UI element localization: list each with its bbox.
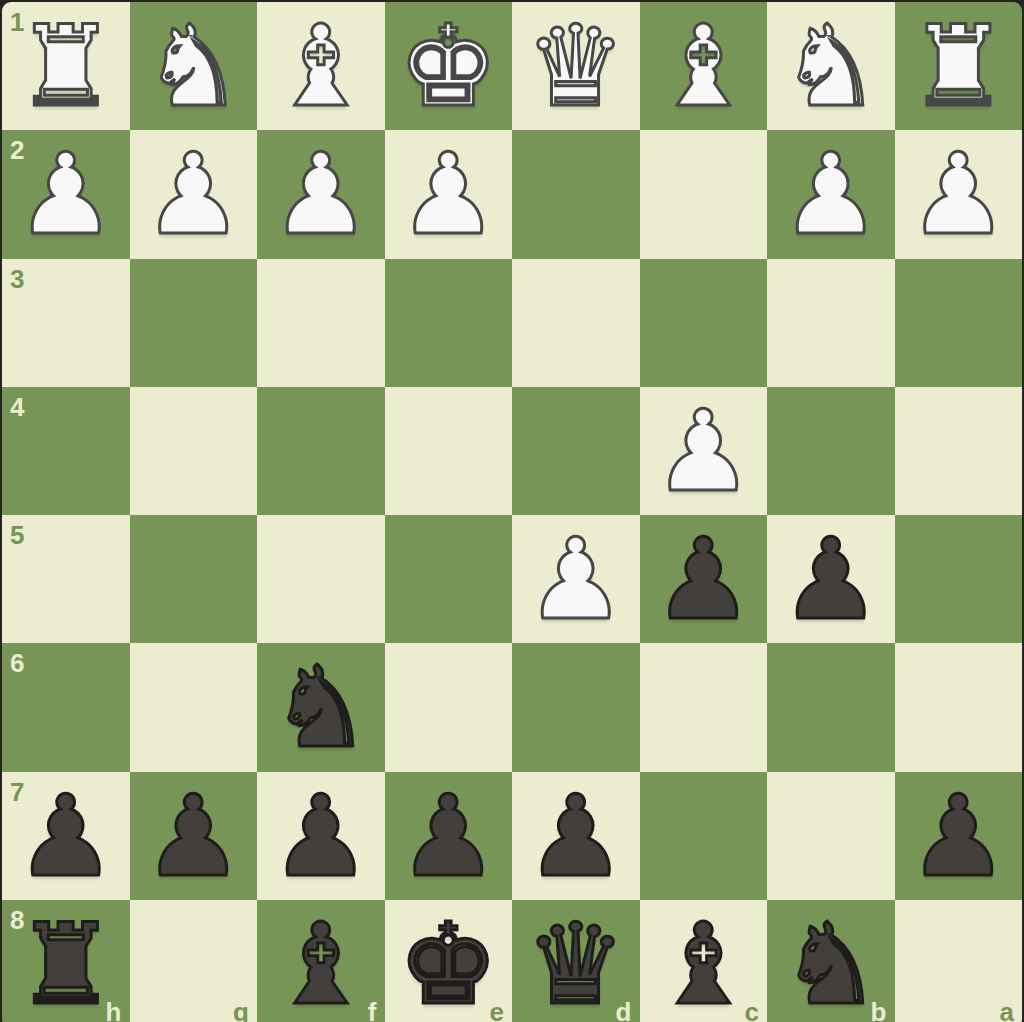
black-pawn[interactable]: ♟ (385, 772, 513, 900)
square-d2[interactable] (512, 130, 640, 258)
square-g5[interactable] (130, 515, 258, 643)
square-e4[interactable] (385, 387, 513, 515)
square-g4[interactable] (130, 387, 258, 515)
square-d5[interactable]: ♟ (512, 515, 640, 643)
white-pawn[interactable]: ♟ (512, 515, 640, 643)
square-b5[interactable]: ♟ (767, 515, 895, 643)
white-pawn[interactable]: ♟ (640, 387, 768, 515)
square-e3[interactable] (385, 259, 513, 387)
square-g3[interactable] (130, 259, 258, 387)
square-h8[interactable]: 8h♜ (2, 900, 130, 1022)
square-d6[interactable] (512, 643, 640, 771)
square-f4[interactable] (257, 387, 385, 515)
square-g8[interactable]: g (130, 900, 258, 1022)
file-label-g: g (233, 999, 249, 1022)
white-king[interactable]: ♚ (385, 2, 513, 130)
square-c2[interactable] (640, 130, 768, 258)
white-pawn[interactable]: ♟ (895, 130, 1023, 258)
square-f3[interactable] (257, 259, 385, 387)
square-e6[interactable] (385, 643, 513, 771)
square-e7[interactable]: ♟ (385, 772, 513, 900)
square-a6[interactable] (895, 643, 1023, 771)
square-h7[interactable]: 7♟ (2, 772, 130, 900)
square-a1[interactable]: ♜ (895, 2, 1023, 130)
square-h4[interactable]: 4 (2, 387, 130, 515)
square-a2[interactable]: ♟ (895, 130, 1023, 258)
square-d1[interactable]: ♛ (512, 2, 640, 130)
square-c6[interactable] (640, 643, 768, 771)
chess-board: 1♜♞♝♚♛♝♞♜2♟♟♟♟♟♟34♟5♟♟♟6♞7♟♟♟♟♟♟8h♜gf♝e♚… (2, 2, 1022, 1022)
square-d8[interactable]: d♛ (512, 900, 640, 1022)
white-rook[interactable]: ♜ (2, 2, 130, 130)
rank-label-4: 4 (10, 394, 24, 420)
black-pawn[interactable]: ♟ (512, 772, 640, 900)
square-f2[interactable]: ♟ (257, 130, 385, 258)
square-d4[interactable] (512, 387, 640, 515)
square-g7[interactable]: ♟ (130, 772, 258, 900)
square-e2[interactable]: ♟ (385, 130, 513, 258)
black-pawn[interactable]: ♟ (895, 772, 1023, 900)
black-pawn[interactable]: ♟ (640, 515, 768, 643)
square-f5[interactable] (257, 515, 385, 643)
square-b3[interactable] (767, 259, 895, 387)
square-c1[interactable]: ♝ (640, 2, 768, 130)
white-rook[interactable]: ♜ (895, 2, 1023, 130)
black-pawn[interactable]: ♟ (257, 772, 385, 900)
square-c4[interactable]: ♟ (640, 387, 768, 515)
square-h5[interactable]: 5 (2, 515, 130, 643)
square-a4[interactable] (895, 387, 1023, 515)
square-a7[interactable]: ♟ (895, 772, 1023, 900)
square-a5[interactable] (895, 515, 1023, 643)
black-knight[interactable]: ♞ (767, 900, 895, 1022)
white-pawn[interactable]: ♟ (385, 130, 513, 258)
square-g2[interactable]: ♟ (130, 130, 258, 258)
white-pawn[interactable]: ♟ (2, 130, 130, 258)
square-b7[interactable] (767, 772, 895, 900)
square-f8[interactable]: f♝ (257, 900, 385, 1022)
square-e5[interactable] (385, 515, 513, 643)
square-e8[interactable]: e♚ (385, 900, 513, 1022)
white-knight[interactable]: ♞ (767, 2, 895, 130)
square-f1[interactable]: ♝ (257, 2, 385, 130)
square-b4[interactable] (767, 387, 895, 515)
black-bishop[interactable]: ♝ (257, 900, 385, 1022)
white-pawn[interactable]: ♟ (257, 130, 385, 258)
white-bishop[interactable]: ♝ (257, 2, 385, 130)
white-knight[interactable]: ♞ (130, 2, 258, 130)
white-bishop[interactable]: ♝ (640, 2, 768, 130)
square-c8[interactable]: c♝ (640, 900, 768, 1022)
square-b8[interactable]: b♞ (767, 900, 895, 1022)
square-a3[interactable] (895, 259, 1023, 387)
white-pawn[interactable]: ♟ (130, 130, 258, 258)
square-b1[interactable]: ♞ (767, 2, 895, 130)
square-f7[interactable]: ♟ (257, 772, 385, 900)
black-king[interactable]: ♚ (385, 900, 513, 1022)
rank-label-3: 3 (10, 266, 24, 292)
square-c7[interactable] (640, 772, 768, 900)
rank-label-5: 5 (10, 522, 24, 548)
black-bishop[interactable]: ♝ (640, 900, 768, 1022)
black-queen[interactable]: ♛ (512, 900, 640, 1022)
black-pawn[interactable]: ♟ (2, 772, 130, 900)
white-queen[interactable]: ♛ (512, 2, 640, 130)
black-pawn[interactable]: ♟ (767, 515, 895, 643)
square-h2[interactable]: 2♟ (2, 130, 130, 258)
white-pawn[interactable]: ♟ (767, 130, 895, 258)
square-d3[interactable] (512, 259, 640, 387)
square-g6[interactable] (130, 643, 258, 771)
square-a8[interactable]: a (895, 900, 1023, 1022)
square-h1[interactable]: 1♜ (2, 2, 130, 130)
square-b6[interactable] (767, 643, 895, 771)
file-label-a: a (1000, 999, 1014, 1022)
black-knight[interactable]: ♞ (257, 643, 385, 771)
square-b2[interactable]: ♟ (767, 130, 895, 258)
square-g1[interactable]: ♞ (130, 2, 258, 130)
black-pawn[interactable]: ♟ (130, 772, 258, 900)
black-rook[interactable]: ♜ (2, 900, 130, 1022)
rank-label-6: 6 (10, 650, 24, 676)
square-c3[interactable] (640, 259, 768, 387)
square-d7[interactable]: ♟ (512, 772, 640, 900)
square-h6[interactable]: 6 (2, 643, 130, 771)
square-h3[interactable]: 3 (2, 259, 130, 387)
square-f6[interactable]: ♞ (257, 643, 385, 771)
square-c5[interactable]: ♟ (640, 515, 768, 643)
square-e1[interactable]: ♚ (385, 2, 513, 130)
